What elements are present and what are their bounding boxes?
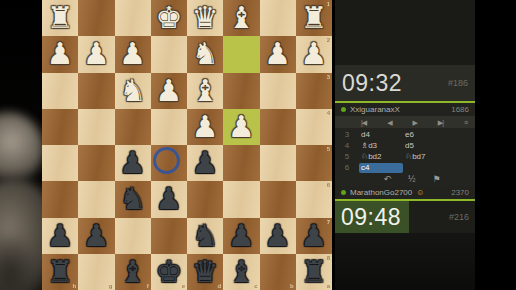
square-e4[interactable]: [151, 109, 187, 145]
move-number: 4: [335, 141, 359, 150]
square-e6[interactable]: ♟: [151, 181, 187, 217]
square-f8[interactable]: ♝f: [115, 254, 151, 290]
opponent-game-count: #186: [448, 78, 468, 88]
panel-empty-area: [335, 0, 475, 65]
rank-label-1: 1: [327, 1, 330, 7]
black-pawn-e6[interactable]: ♟: [151, 181, 187, 217]
go-first-button[interactable]: |◀: [361, 119, 366, 126]
square-g6[interactable]: [78, 181, 114, 217]
opponent-bar[interactable]: XxiguaranaxX 1686: [335, 103, 475, 116]
offer-draw-button[interactable]: ½: [408, 175, 416, 184]
player-bar[interactable]: MarathonGo2700 ☺ 2370: [335, 186, 475, 199]
square-d7[interactable]: ♞: [187, 218, 223, 254]
move-row-4: 4♗d3d5: [335, 140, 475, 151]
file-label-b: b: [290, 283, 294, 289]
square-c7[interactable]: ♟: [223, 218, 259, 254]
square-f5[interactable]: ♟: [115, 145, 151, 181]
opponent-name[interactable]: XxiguaranaxX: [350, 105, 400, 114]
square-a8[interactable]: ♜8a: [296, 254, 332, 290]
square-f4[interactable]: [115, 109, 151, 145]
square-a7[interactable]: ♟7: [296, 218, 332, 254]
move-black[interactable]: d5: [403, 141, 447, 151]
move-black[interactable]: [403, 163, 447, 173]
square-f1[interactable]: [115, 0, 151, 36]
square-a5[interactable]: 5: [296, 145, 332, 181]
white-queen-d1[interactable]: ♛: [187, 0, 223, 36]
player-clock-side: #216: [409, 201, 475, 233]
square-e7[interactable]: [151, 218, 187, 254]
chess-board[interactable]: ♜♚♛♝♜1♟♟♟♞♟♟2♞♟♝3♟♟4♟♟5♞♟6♟♟♞♟♟♟7♜hg♝f♚e…: [42, 0, 332, 290]
square-b1[interactable]: [260, 0, 296, 36]
white-pawn-g2[interactable]: ♟: [78, 36, 114, 72]
move-row-6: 6c4: [335, 162, 475, 173]
black-knight-f6[interactable]: ♞: [115, 181, 151, 217]
square-h1[interactable]: ♜: [42, 0, 78, 36]
blurred-pawn-head: [0, 112, 42, 186]
opponent-rating: 1686: [451, 105, 469, 114]
white-knight-f3[interactable]: ♞: [115, 73, 151, 109]
square-d2[interactable]: ♞: [187, 36, 223, 72]
move-white[interactable]: ♘bd2: [359, 152, 403, 162]
square-b8[interactable]: b: [260, 254, 296, 290]
square-c5[interactable]: [223, 145, 259, 181]
square-f3[interactable]: ♞: [115, 73, 151, 109]
square-a6[interactable]: 6: [296, 181, 332, 217]
square-e3[interactable]: ♟: [151, 73, 187, 109]
file-label-g: g: [109, 283, 113, 289]
move-row-3: 3d4e6: [335, 129, 475, 140]
black-bishop-f8[interactable]: ♝: [115, 254, 151, 290]
square-b2[interactable]: ♟: [260, 36, 296, 72]
square-e1[interactable]: ♚: [151, 0, 187, 36]
square-d1[interactable]: ♛: [187, 0, 223, 36]
white-pawn-b2[interactable]: ♟: [260, 36, 296, 72]
black-pawn-d5[interactable]: ♟: [187, 145, 223, 181]
square-a2[interactable]: ♟2: [296, 36, 332, 72]
go-last-button[interactable]: ▶|: [438, 119, 443, 126]
square-c6[interactable]: [223, 181, 259, 217]
circle-annotation-e5: [153, 147, 180, 174]
square-e2[interactable]: [151, 36, 187, 72]
square-c8[interactable]: ♝c: [223, 254, 259, 290]
black-pawn-b7[interactable]: ♟: [260, 218, 296, 254]
square-c1[interactable]: ♝: [223, 0, 259, 36]
rank-label-8: 8: [327, 255, 330, 261]
square-h2[interactable]: ♟: [42, 36, 78, 72]
square-f2[interactable]: ♟: [115, 36, 151, 72]
square-c4[interactable]: ♟: [223, 109, 259, 145]
black-pawn-h7[interactable]: ♟: [42, 218, 78, 254]
square-a3[interactable]: 3: [296, 73, 332, 109]
square-a1[interactable]: ♜1: [296, 0, 332, 36]
rank-label-4: 4: [327, 110, 330, 116]
square-d8[interactable]: ♛d: [187, 254, 223, 290]
player-rating: 2370: [451, 188, 469, 197]
move-white[interactable]: ♗d3: [359, 141, 403, 151]
black-pawn-c7[interactable]: ♟: [223, 218, 259, 254]
square-b3[interactable]: [260, 73, 296, 109]
square-b4[interactable]: [260, 109, 296, 145]
online-dot: [341, 107, 346, 112]
rank-label-3: 3: [327, 74, 330, 80]
player-clock-active: 09:48: [335, 201, 409, 233]
square-g7[interactable]: ♟: [78, 218, 114, 254]
white-pawn-c4[interactable]: ♟: [223, 109, 259, 145]
file-label-h: h: [73, 283, 77, 289]
black-pawn-g7[interactable]: ♟: [78, 218, 114, 254]
move-black[interactable]: ♘bd7: [403, 152, 447, 162]
player-name[interactable]: MarathonGo2700: [350, 188, 412, 197]
white-pawn-e3[interactable]: ♟: [151, 73, 187, 109]
move-number: 3: [335, 130, 359, 139]
square-g8[interactable]: g: [78, 254, 114, 290]
opponent-clock: 09:32: [342, 70, 402, 97]
rank-label-6: 6: [327, 182, 330, 188]
square-d3[interactable]: ♝: [187, 73, 223, 109]
white-knight-d2[interactable]: ♞: [187, 36, 223, 72]
square-c3[interactable]: [223, 73, 259, 109]
square-f6[interactable]: ♞: [115, 181, 151, 217]
file-label-d: d: [218, 283, 222, 289]
white-pawn-f2[interactable]: ♟: [115, 36, 151, 72]
square-g2[interactable]: ♟: [78, 36, 114, 72]
square-b7[interactable]: ♟: [260, 218, 296, 254]
panel-empty-area: [335, 233, 475, 290]
square-g3[interactable]: [78, 73, 114, 109]
player-game-count: #216: [449, 212, 469, 222]
menu-button[interactable]: ≡: [464, 119, 467, 126]
smiley-emoji: ☺: [416, 188, 424, 197]
square-b5[interactable]: [260, 145, 296, 181]
go-previous-button[interactable]: ◀: [387, 119, 391, 126]
square-g1[interactable]: [78, 0, 114, 36]
file-label-a: a: [327, 283, 330, 289]
square-g4[interactable]: [78, 109, 114, 145]
move-number: 5: [335, 152, 359, 161]
background-photo: [0, 0, 42, 290]
move-navigation-bar: |◀◀▶▶|≡: [335, 116, 475, 128]
file-label-f: f: [147, 283, 149, 289]
square-h6[interactable]: [42, 181, 78, 217]
white-pawn-h2[interactable]: ♟: [42, 36, 78, 72]
square-h5[interactable]: [42, 145, 78, 181]
app-window: ♜♚♛♝♜1♟♟♟♞♟♟2♞♟♝3♟♟4♟♟5♞♟6♟♟♞♟♟♟7♜hg♝f♚e…: [0, 0, 516, 290]
rank-label-5: 5: [327, 146, 330, 152]
rank-label-7: 7: [327, 219, 330, 225]
opponent-clock-bar: 09:32 #186: [335, 65, 475, 101]
square-h8[interactable]: ♜h: [42, 254, 78, 290]
move-number: 6: [335, 163, 359, 172]
white-king-e1[interactable]: ♚: [151, 0, 187, 36]
square-c2[interactable]: [223, 36, 259, 72]
white-bishop-d3[interactable]: ♝: [187, 73, 223, 109]
move-white[interactable]: c4: [359, 163, 403, 173]
player-clock-bar: 09:48 #216: [335, 201, 475, 233]
square-g5[interactable]: [78, 145, 114, 181]
square-a4[interactable]: 4: [296, 109, 332, 145]
white-rook-h1[interactable]: ♜: [42, 0, 78, 36]
move-white[interactable]: d4: [359, 130, 403, 140]
online-dot: [341, 190, 346, 195]
takeback-button[interactable]: ↶: [383, 175, 391, 184]
square-h3[interactable]: [42, 73, 78, 109]
game-actions-bar: ↶½⚑: [335, 173, 475, 186]
square-e8[interactable]: ♚e: [151, 254, 187, 290]
square-h4[interactable]: [42, 109, 78, 145]
file-label-c: c: [254, 283, 257, 289]
file-label-e: e: [182, 283, 185, 289]
white-pawn-d4[interactable]: ♟: [187, 109, 223, 145]
square-b6[interactable]: [260, 181, 296, 217]
game-sidebar: 09:32 #186 XxiguaranaxX 1686 |◀◀▶▶|≡ 3d4…: [335, 0, 475, 290]
black-knight-d7[interactable]: ♞: [187, 218, 223, 254]
rank-label-2: 2: [327, 37, 330, 43]
resign-flag-button[interactable]: ⚑: [432, 175, 440, 184]
square-h7[interactable]: ♟: [42, 218, 78, 254]
square-d5[interactable]: ♟: [187, 145, 223, 181]
black-pawn-f5[interactable]: ♟: [115, 145, 151, 181]
go-next-button[interactable]: ▶: [412, 119, 416, 126]
move-list: 3d4e64♗d3d55♘bd2♘bd76c4: [335, 128, 475, 173]
move-black[interactable]: e6: [403, 130, 447, 140]
move-row-5: 5♘bd2♘bd7: [335, 151, 475, 162]
white-bishop-c1[interactable]: ♝: [223, 0, 259, 36]
square-e5[interactable]: [151, 145, 187, 181]
square-d6[interactable]: [187, 181, 223, 217]
square-f7[interactable]: [115, 218, 151, 254]
square-d4[interactable]: ♟: [187, 109, 223, 145]
